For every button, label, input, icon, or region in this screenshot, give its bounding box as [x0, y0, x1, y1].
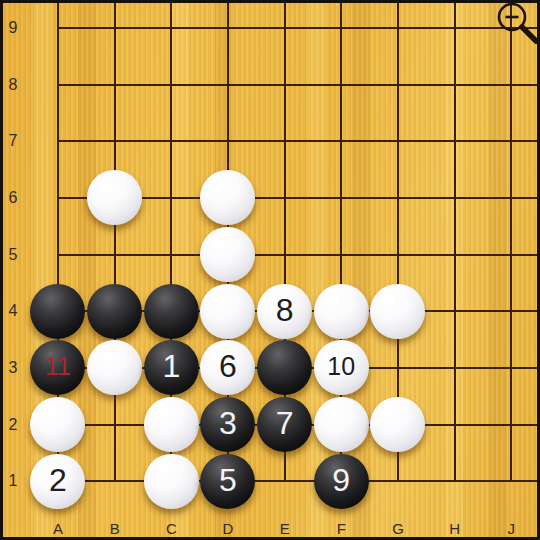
point-G7[interactable] [370, 113, 427, 170]
stone-white-D6 [200, 170, 255, 225]
row-label-9: 9 [3, 18, 23, 38]
row-label-8: 8 [3, 75, 23, 95]
point-B8[interactable] [86, 56, 143, 113]
point-A9[interactable] [30, 0, 87, 56]
point-A1: 2 [30, 453, 87, 510]
column-label-D: D [216, 519, 240, 539]
point-G3[interactable] [370, 340, 427, 397]
row-label-2: 2 [3, 415, 23, 435]
go-app-screen: 987654321ABCDEFGHJ 811161037259 [0, 0, 540, 540]
point-D6 [200, 170, 257, 227]
point-G8[interactable] [370, 56, 427, 113]
point-F8[interactable] [313, 56, 370, 113]
stone-black-A4 [30, 284, 85, 339]
point-B2[interactable] [86, 396, 143, 453]
column-label-B: B [103, 519, 127, 539]
point-C4 [143, 283, 200, 340]
stone-black-E3 [257, 340, 312, 395]
stone-white-E4: 8 [257, 284, 312, 339]
point-H7[interactable] [426, 113, 483, 170]
point-G9[interactable] [370, 0, 427, 56]
point-F7[interactable] [313, 113, 370, 170]
point-E2: 7 [256, 396, 313, 453]
move-number-1: 1 [162, 348, 180, 385]
point-D2: 3 [200, 396, 257, 453]
point-H6[interactable] [426, 170, 483, 227]
point-B9[interactable] [86, 0, 143, 56]
stone-black-E2: 7 [257, 397, 312, 452]
point-E1[interactable] [256, 453, 313, 510]
row-label-1: 1 [3, 471, 23, 491]
row-label-5: 5 [3, 245, 23, 265]
row-label-7: 7 [3, 131, 23, 151]
point-D4 [200, 283, 257, 340]
move-number-2: 2 [49, 462, 67, 499]
point-G4 [370, 283, 427, 340]
point-F5[interactable] [313, 226, 370, 283]
point-F4 [313, 283, 370, 340]
point-A2 [30, 396, 87, 453]
stone-white-B3 [87, 340, 142, 395]
column-label-F: F [329, 519, 353, 539]
point-D1: 5 [200, 453, 257, 510]
stone-black-D1: 5 [200, 454, 255, 509]
point-J7[interactable] [483, 113, 540, 170]
point-E4: 8 [256, 283, 313, 340]
point-J5[interactable] [483, 226, 540, 283]
stone-black-C4 [144, 284, 199, 339]
point-C6[interactable] [143, 170, 200, 227]
point-F9[interactable] [313, 0, 370, 56]
zoom-out-icon[interactable] [490, 0, 540, 52]
point-H3[interactable] [426, 340, 483, 397]
stone-white-G2 [370, 397, 425, 452]
stone-black-A3: 11 [30, 340, 85, 395]
point-D7[interactable] [200, 113, 257, 170]
row-label-6: 6 [3, 188, 23, 208]
point-J3[interactable] [483, 340, 540, 397]
point-H2[interactable] [426, 396, 483, 453]
point-B5[interactable] [86, 226, 143, 283]
point-C2 [143, 396, 200, 453]
point-H4[interactable] [426, 283, 483, 340]
point-J6[interactable] [483, 170, 540, 227]
point-J4[interactable] [483, 283, 540, 340]
stone-white-D5 [200, 227, 255, 282]
point-J2[interactable] [483, 396, 540, 453]
move-number-10: 10 [327, 352, 355, 381]
row-label-4: 4 [3, 301, 23, 321]
stone-white-G4 [370, 284, 425, 339]
point-A6[interactable] [30, 170, 87, 227]
point-G1[interactable] [370, 453, 427, 510]
move-number-5: 5 [219, 462, 237, 499]
point-B1[interactable] [86, 453, 143, 510]
stone-white-C2 [144, 397, 199, 452]
stone-white-B6 [87, 170, 142, 225]
point-F1: 9 [313, 453, 370, 510]
move-number-11: 11 [45, 352, 71, 381]
point-H8[interactable] [426, 56, 483, 113]
point-G6[interactable] [370, 170, 427, 227]
move-number-9: 9 [332, 462, 350, 499]
column-label-G: G [386, 519, 410, 539]
column-label-H: H [443, 519, 467, 539]
point-E8[interactable] [256, 56, 313, 113]
point-B3 [86, 340, 143, 397]
point-C9[interactable] [143, 0, 200, 56]
column-label-J: J [499, 519, 523, 539]
point-D9[interactable] [200, 0, 257, 56]
point-D3: 6 [200, 340, 257, 397]
point-C5[interactable] [143, 226, 200, 283]
stone-white-D4 [200, 284, 255, 339]
move-number-6: 6 [219, 348, 237, 385]
point-H5[interactable] [426, 226, 483, 283]
stone-black-C3: 1 [144, 340, 199, 395]
point-D5 [200, 226, 257, 283]
point-G5[interactable] [370, 226, 427, 283]
stone-white-F2 [314, 397, 369, 452]
column-label-A: A [46, 519, 70, 539]
stone-black-F1: 9 [314, 454, 369, 509]
stone-white-A2 [30, 397, 85, 452]
point-B6 [86, 170, 143, 227]
point-C3: 1 [143, 340, 200, 397]
point-E9[interactable] [256, 0, 313, 56]
point-H9[interactable] [426, 0, 483, 56]
stone-black-D2: 3 [200, 397, 255, 452]
point-A3: 11 [30, 340, 87, 397]
point-B7[interactable] [86, 113, 143, 170]
stone-black-B4 [87, 284, 142, 339]
point-D8[interactable] [200, 56, 257, 113]
point-C1 [143, 453, 200, 510]
point-H1[interactable] [426, 453, 483, 510]
point-F6[interactable] [313, 170, 370, 227]
stone-white-A1: 2 [30, 454, 85, 509]
point-C7[interactable] [143, 113, 200, 170]
stone-white-D3: 6 [200, 340, 255, 395]
point-B4 [86, 283, 143, 340]
point-E7[interactable] [256, 113, 313, 170]
move-number-3: 3 [219, 405, 237, 442]
row-label-3: 3 [3, 358, 23, 378]
column-label-E: E [273, 519, 297, 539]
move-number-8: 8 [276, 292, 294, 329]
point-F3: 10 [313, 340, 370, 397]
point-J1[interactable] [483, 453, 540, 510]
stone-white-F3: 10 [314, 340, 369, 395]
go-board[interactable]: 811161037259 [30, 0, 540, 510]
point-E3 [256, 340, 313, 397]
move-number-7: 7 [276, 405, 294, 442]
point-J8[interactable] [483, 56, 540, 113]
point-E5[interactable] [256, 226, 313, 283]
point-F2 [313, 396, 370, 453]
point-A8[interactable] [30, 56, 87, 113]
stone-white-F4 [314, 284, 369, 339]
point-A4 [30, 283, 87, 340]
point-G2 [370, 396, 427, 453]
point-E6[interactable] [256, 170, 313, 227]
column-label-C: C [159, 519, 183, 539]
stone-white-C1 [144, 454, 199, 509]
point-C8[interactable] [143, 56, 200, 113]
point-A5[interactable] [30, 226, 87, 283]
point-A7[interactable] [30, 113, 87, 170]
